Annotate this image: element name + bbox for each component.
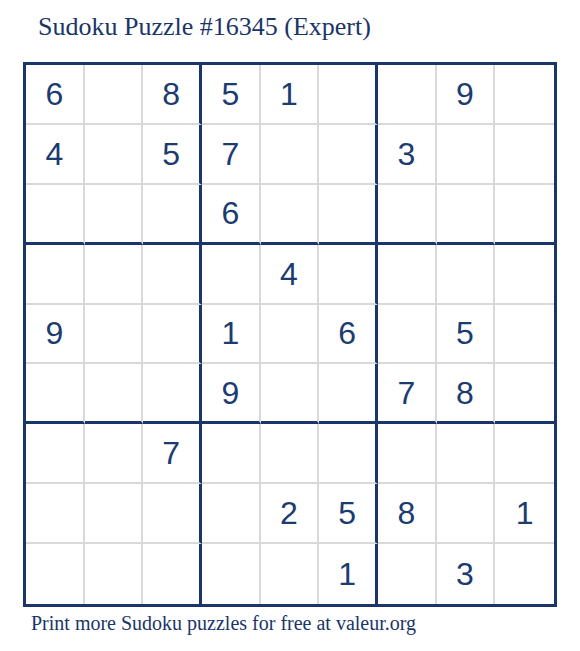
sudoku-cell-r9c2 <box>85 544 144 604</box>
sudoku-cell-r9c9 <box>495 544 554 604</box>
sudoku-cell-r3c4: 6 <box>202 185 261 245</box>
sudoku-cell-r8c1 <box>26 484 85 544</box>
sudoku-cell-r4c9 <box>495 245 554 305</box>
sudoku-cell-r4c4 <box>202 245 261 305</box>
sudoku-cell-r7c7 <box>378 424 437 484</box>
sudoku-cell-r4c5: 4 <box>261 245 320 305</box>
sudoku-cell-r4c3 <box>143 245 202 305</box>
sudoku-cell-r3c9 <box>495 185 554 245</box>
sudoku-cell-r6c5 <box>261 364 320 424</box>
sudoku-cell-r4c2 <box>85 245 144 305</box>
sudoku-cell-r5c1: 9 <box>26 305 85 365</box>
sudoku-cell-r2c8 <box>437 125 496 185</box>
sudoku-cell-r8c5: 2 <box>261 484 320 544</box>
sudoku-cell-r1c8: 9 <box>437 65 496 125</box>
sudoku-cell-r5c2 <box>85 305 144 365</box>
sudoku-cell-r5c6: 6 <box>319 305 378 365</box>
sudoku-cell-r3c2 <box>85 185 144 245</box>
sudoku-cell-r2c9 <box>495 125 554 185</box>
sudoku-cell-r5c7 <box>378 305 437 365</box>
sudoku-cell-r1c6 <box>319 65 378 125</box>
sudoku-cell-r7c8 <box>437 424 496 484</box>
sudoku-cell-r6c9 <box>495 364 554 424</box>
sudoku-cell-r1c4: 5 <box>202 65 261 125</box>
sudoku-cell-r8c9: 1 <box>495 484 554 544</box>
sudoku-page: Sudoku Puzzle #16345 (Expert) 6851945736… <box>0 0 580 651</box>
sudoku-cell-r3c3 <box>143 185 202 245</box>
sudoku-cell-r6c7: 7 <box>378 364 437 424</box>
sudoku-cell-r1c2 <box>85 65 144 125</box>
sudoku-cell-r4c6 <box>319 245 378 305</box>
sudoku-cell-r6c4: 9 <box>202 364 261 424</box>
sudoku-cell-r2c4: 7 <box>202 125 261 185</box>
sudoku-cell-r3c6 <box>319 185 378 245</box>
sudoku-cell-r4c1 <box>26 245 85 305</box>
sudoku-cell-r1c9 <box>495 65 554 125</box>
sudoku-cell-r7c1 <box>26 424 85 484</box>
sudoku-cell-r5c3 <box>143 305 202 365</box>
sudoku-cell-r2c3: 5 <box>143 125 202 185</box>
footer-credit: Print more Sudoku puzzles for free at va… <box>31 612 416 635</box>
sudoku-cell-r2c7: 3 <box>378 125 437 185</box>
sudoku-cell-r7c3: 7 <box>143 424 202 484</box>
sudoku-cell-r5c9 <box>495 305 554 365</box>
sudoku-cell-r7c2 <box>85 424 144 484</box>
sudoku-cell-r9c4 <box>202 544 261 604</box>
sudoku-cell-r8c6: 5 <box>319 484 378 544</box>
sudoku-cell-r2c2 <box>85 125 144 185</box>
sudoku-cell-r3c7 <box>378 185 437 245</box>
sudoku-cell-r7c4 <box>202 424 261 484</box>
sudoku-cell-r9c7 <box>378 544 437 604</box>
sudoku-cell-r6c6 <box>319 364 378 424</box>
sudoku-cell-r1c1: 6 <box>26 65 85 125</box>
sudoku-cell-r7c9 <box>495 424 554 484</box>
sudoku-cell-r5c4: 1 <box>202 305 261 365</box>
sudoku-cell-r8c2 <box>85 484 144 544</box>
sudoku-cell-r7c6 <box>319 424 378 484</box>
sudoku-cell-r1c5: 1 <box>261 65 320 125</box>
sudoku-cell-r1c3: 8 <box>143 65 202 125</box>
sudoku-cell-r9c8: 3 <box>437 544 496 604</box>
sudoku-cell-r6c3 <box>143 364 202 424</box>
sudoku-cell-r3c5 <box>261 185 320 245</box>
sudoku-cell-r4c7 <box>378 245 437 305</box>
sudoku-cell-r6c8: 8 <box>437 364 496 424</box>
sudoku-cell-r2c5 <box>261 125 320 185</box>
sudoku-cell-r6c2 <box>85 364 144 424</box>
sudoku-cell-r8c8 <box>437 484 496 544</box>
sudoku-board: 6851945736491659787258113 <box>23 62 557 607</box>
sudoku-cell-r7c5 <box>261 424 320 484</box>
sudoku-cell-r8c3 <box>143 484 202 544</box>
sudoku-cell-r9c1 <box>26 544 85 604</box>
sudoku-cell-r6c1 <box>26 364 85 424</box>
sudoku-cell-r9c5 <box>261 544 320 604</box>
sudoku-cell-r8c4 <box>202 484 261 544</box>
sudoku-cell-r4c8 <box>437 245 496 305</box>
sudoku-cell-r2c6 <box>319 125 378 185</box>
sudoku-cell-r9c3 <box>143 544 202 604</box>
sudoku-cell-r5c5 <box>261 305 320 365</box>
sudoku-cell-r1c7 <box>378 65 437 125</box>
sudoku-cell-r3c8 <box>437 185 496 245</box>
sudoku-cell-r3c1 <box>26 185 85 245</box>
puzzle-title: Sudoku Puzzle #16345 (Expert) <box>38 12 371 42</box>
sudoku-cell-r2c1: 4 <box>26 125 85 185</box>
sudoku-cell-r9c6: 1 <box>319 544 378 604</box>
sudoku-cell-r8c7: 8 <box>378 484 437 544</box>
sudoku-cell-r5c8: 5 <box>437 305 496 365</box>
